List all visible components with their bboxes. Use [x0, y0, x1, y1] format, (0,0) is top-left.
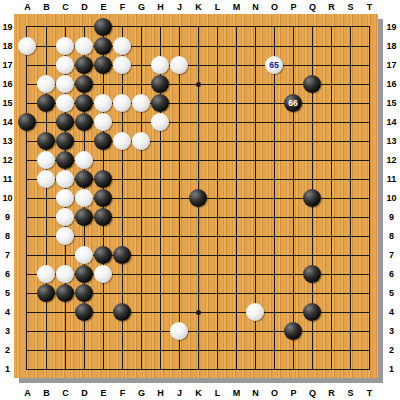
row-label-right: 4	[384, 306, 399, 318]
column-label-bottom: K	[189, 387, 208, 399]
white-stone[interactable]	[56, 189, 74, 207]
black-stone[interactable]	[94, 18, 112, 36]
row-label-left: 17	[0, 59, 15, 71]
white-stone[interactable]	[56, 75, 74, 93]
row-label-right: 11	[384, 173, 399, 185]
row-label-left: 2	[0, 344, 15, 356]
column-label-bottom: Q	[303, 387, 322, 399]
row-label-left: 10	[0, 192, 15, 204]
row-label-right: 19	[384, 21, 399, 33]
column-label-top: M	[227, 1, 246, 13]
row-label-left: 4	[0, 306, 15, 318]
black-stone[interactable]	[303, 189, 321, 207]
black-stone[interactable]	[37, 132, 55, 150]
row-label-left: 6	[0, 268, 15, 280]
column-label-top: Q	[303, 1, 322, 13]
grid-line-horizontal	[27, 236, 369, 237]
black-stone[interactable]	[113, 246, 131, 264]
black-stone[interactable]	[113, 303, 131, 321]
white-stone[interactable]	[75, 37, 93, 55]
white-stone[interactable]	[132, 94, 150, 112]
grid-line-horizontal	[27, 350, 369, 351]
black-stone[interactable]	[75, 56, 93, 74]
column-label-bottom: T	[360, 387, 379, 399]
move-number-label: 66	[288, 99, 297, 108]
white-stone[interactable]	[151, 113, 169, 131]
column-label-bottom: N	[246, 387, 265, 399]
black-stone[interactable]	[284, 322, 302, 340]
white-stone[interactable]	[75, 189, 93, 207]
row-label-left: 3	[0, 325, 15, 337]
column-label-bottom: L	[208, 387, 227, 399]
row-label-right: 14	[384, 116, 399, 128]
column-label-bottom: M	[227, 387, 246, 399]
black-stone[interactable]	[94, 208, 112, 226]
grid-line-vertical	[236, 27, 237, 369]
column-label-top: E	[94, 1, 113, 13]
column-label-top: R	[322, 1, 341, 13]
white-stone[interactable]: 65	[265, 56, 283, 74]
column-label-bottom: O	[265, 387, 284, 399]
column-label-top: J	[170, 1, 189, 13]
white-stone[interactable]	[132, 132, 150, 150]
go-board[interactable]: 6566	[14, 14, 378, 378]
white-stone[interactable]	[18, 37, 36, 55]
column-label-bottom: C	[56, 387, 75, 399]
column-label-bottom: G	[132, 387, 151, 399]
column-label-top: T	[360, 1, 379, 13]
black-stone[interactable]	[94, 170, 112, 188]
row-label-right: 8	[384, 230, 399, 242]
row-label-left: 15	[0, 97, 15, 109]
black-stone[interactable]	[94, 132, 112, 150]
column-label-bottom: S	[341, 387, 360, 399]
row-label-left: 14	[0, 116, 15, 128]
white-stone[interactable]	[113, 56, 131, 74]
column-label-bottom: R	[322, 387, 341, 399]
row-label-right: 5	[384, 287, 399, 299]
row-label-right: 7	[384, 249, 399, 261]
black-stone[interactable]	[56, 151, 74, 169]
column-label-top: G	[132, 1, 151, 13]
column-label-top: F	[113, 1, 132, 13]
black-stone[interactable]	[94, 56, 112, 74]
white-stone[interactable]	[56, 265, 74, 283]
black-stone[interactable]	[75, 94, 93, 112]
black-stone[interactable]	[75, 284, 93, 302]
row-label-left: 12	[0, 154, 15, 166]
column-label-bottom: J	[170, 387, 189, 399]
column-label-top: N	[246, 1, 265, 13]
black-stone[interactable]	[18, 113, 36, 131]
white-stone[interactable]	[151, 56, 169, 74]
white-stone[interactable]	[56, 208, 74, 226]
column-label-top: H	[151, 1, 170, 13]
row-label-left: 11	[0, 173, 15, 185]
column-label-top: C	[56, 1, 75, 13]
row-label-left: 19	[0, 21, 15, 33]
black-stone[interactable]	[189, 189, 207, 207]
column-label-top: K	[189, 1, 208, 13]
column-label-bottom: D	[75, 387, 94, 399]
white-stone[interactable]	[94, 113, 112, 131]
black-stone[interactable]	[56, 284, 74, 302]
white-stone[interactable]	[170, 322, 188, 340]
star-point	[196, 82, 201, 87]
row-label-left: 8	[0, 230, 15, 242]
column-label-bottom: P	[284, 387, 303, 399]
column-label-bottom: A	[18, 387, 37, 399]
grid-line-vertical	[293, 27, 294, 369]
white-stone[interactable]	[75, 246, 93, 264]
white-stone[interactable]	[37, 170, 55, 188]
row-label-left: 7	[0, 249, 15, 261]
column-label-top: O	[265, 1, 284, 13]
white-stone[interactable]	[56, 56, 74, 74]
row-label-right: 15	[384, 97, 399, 109]
white-stone[interactable]	[170, 56, 188, 74]
column-label-bottom: E	[94, 387, 113, 399]
column-label-top: B	[37, 1, 56, 13]
row-label-right: 1	[384, 363, 399, 375]
white-stone[interactable]	[56, 37, 74, 55]
grid-line-horizontal	[27, 331, 369, 332]
star-point	[196, 310, 201, 315]
black-stone[interactable]	[75, 170, 93, 188]
grid-line-vertical	[331, 27, 332, 369]
row-label-left: 1	[0, 363, 15, 375]
row-label-left: 9	[0, 211, 15, 223]
black-stone[interactable]	[151, 94, 169, 112]
white-stone[interactable]	[75, 151, 93, 169]
row-label-right: 12	[384, 154, 399, 166]
column-label-top: P	[284, 1, 303, 13]
column-label-bottom: F	[113, 387, 132, 399]
black-stone[interactable]	[303, 75, 321, 93]
black-stone[interactable]	[151, 75, 169, 93]
white-stone[interactable]	[113, 37, 131, 55]
row-label-right: 13	[384, 135, 399, 147]
black-stone[interactable]: 66	[284, 94, 302, 112]
row-label-right: 9	[384, 211, 399, 223]
black-stone[interactable]	[75, 265, 93, 283]
row-label-left: 18	[0, 40, 15, 52]
row-label-left: 13	[0, 135, 15, 147]
column-label-top: D	[75, 1, 94, 13]
black-stone[interactable]	[75, 75, 93, 93]
white-stone[interactable]	[56, 94, 74, 112]
move-number-label: 65	[269, 61, 278, 70]
black-stone[interactable]	[94, 37, 112, 55]
grid-line-vertical	[274, 27, 275, 369]
row-label-right: 10	[384, 192, 399, 204]
row-label-right: 2	[384, 344, 399, 356]
column-label-bottom: H	[151, 387, 170, 399]
white-stone[interactable]	[37, 151, 55, 169]
go-game-page: 6566 AABBCCDDEEFFGGHHJJKKLLMMNNOOPPQQRRS…	[0, 0, 400, 400]
white-stone[interactable]	[94, 94, 112, 112]
grid-line-vertical	[350, 27, 351, 369]
black-stone[interactable]	[75, 113, 93, 131]
black-stone[interactable]	[56, 132, 74, 150]
black-stone[interactable]	[75, 208, 93, 226]
row-label-right: 16	[384, 78, 399, 90]
row-label-right: 17	[384, 59, 399, 71]
white-stone[interactable]	[113, 94, 131, 112]
white-stone[interactable]	[56, 227, 74, 245]
row-label-right: 6	[384, 268, 399, 280]
column-label-top: S	[341, 1, 360, 13]
black-stone[interactable]	[94, 246, 112, 264]
black-stone[interactable]	[37, 94, 55, 112]
white-stone[interactable]	[113, 132, 131, 150]
white-stone[interactable]	[56, 170, 74, 188]
black-stone[interactable]	[94, 189, 112, 207]
black-stone[interactable]	[303, 265, 321, 283]
grid-line-vertical	[217, 27, 218, 369]
row-label-left: 16	[0, 78, 15, 90]
black-stone[interactable]	[56, 113, 74, 131]
black-stone[interactable]	[37, 284, 55, 302]
column-label-bottom: B	[37, 387, 56, 399]
white-stone[interactable]	[37, 265, 55, 283]
white-stone[interactable]	[94, 265, 112, 283]
white-stone[interactable]	[246, 303, 264, 321]
row-label-right: 3	[384, 325, 399, 337]
row-label-left: 5	[0, 287, 15, 299]
white-stone[interactable]	[37, 75, 55, 93]
column-label-top: L	[208, 1, 227, 13]
column-label-top: A	[18, 1, 37, 13]
row-label-right: 18	[384, 40, 399, 52]
black-stone[interactable]	[303, 303, 321, 321]
black-stone[interactable]	[75, 303, 93, 321]
